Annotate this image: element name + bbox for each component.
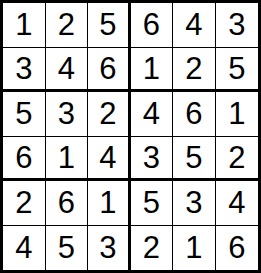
- cell-r2c6: 5: [216, 48, 259, 93]
- cell-r3c5: 6: [173, 92, 216, 137]
- sudoku-board: 125643346125532461614352261534453216: [0, 0, 261, 273]
- cell-r5c4: 5: [131, 181, 174, 226]
- cell-r1c4: 6: [131, 3, 174, 48]
- cell-r6c5: 1: [173, 226, 216, 271]
- cell-r3c4: 4: [131, 92, 174, 137]
- cell-r2c3: 6: [88, 48, 131, 93]
- cell-r3c3: 2: [88, 92, 131, 137]
- cell-r1c3: 5: [88, 3, 131, 48]
- cell-r3c6: 1: [216, 92, 259, 137]
- cell-r4c5: 5: [173, 137, 216, 182]
- cell-r2c1: 3: [3, 48, 46, 93]
- cell-r4c4: 3: [131, 137, 174, 182]
- cell-r1c6: 3: [216, 3, 259, 48]
- cell-r5c3: 1: [88, 181, 131, 226]
- cell-r4c6: 2: [216, 137, 259, 182]
- cell-r5c1: 2: [3, 181, 46, 226]
- cell-r2c2: 4: [46, 48, 89, 93]
- cell-r6c2: 5: [46, 226, 89, 271]
- cell-r4c2: 1: [46, 137, 89, 182]
- cell-r6c1: 4: [3, 226, 46, 271]
- cell-r3c1: 5: [3, 92, 46, 137]
- cell-r4c3: 4: [88, 137, 131, 182]
- cell-r6c3: 3: [88, 226, 131, 271]
- cell-r6c6: 6: [216, 226, 259, 271]
- cell-r5c2: 6: [46, 181, 89, 226]
- cell-r1c2: 2: [46, 3, 89, 48]
- cell-r1c5: 4: [173, 3, 216, 48]
- cell-r6c4: 2: [131, 226, 174, 271]
- cell-r2c5: 2: [173, 48, 216, 93]
- cell-r1c1: 1: [3, 3, 46, 48]
- cell-r3c2: 3: [46, 92, 89, 137]
- cell-r5c5: 3: [173, 181, 216, 226]
- cell-r5c6: 4: [216, 181, 259, 226]
- cell-r4c1: 6: [3, 137, 46, 182]
- cell-r2c4: 1: [131, 48, 174, 93]
